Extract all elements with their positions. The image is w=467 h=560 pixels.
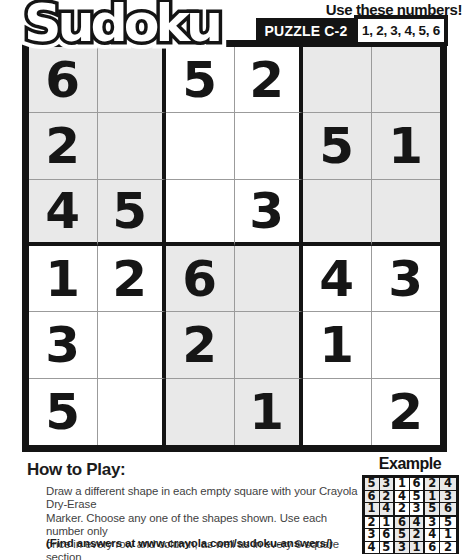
puzzle-cell-r3c6[interactable] bbox=[372, 180, 441, 246]
puzzle-cell-r2c5: 5 bbox=[303, 113, 372, 179]
puzzle-cell-r5c3: 2 bbox=[166, 312, 235, 378]
instructions-line: Draw a different shape in each empty squ… bbox=[46, 485, 366, 512]
puzzle-cell-r1c5[interactable] bbox=[303, 47, 372, 113]
puzzle-cell-r5c5: 1 bbox=[303, 312, 372, 378]
puzzle-cell-r6c1: 5 bbox=[29, 379, 98, 445]
puzzle-cell-r1c2[interactable] bbox=[98, 47, 167, 113]
puzzle-cell-r3c4: 3 bbox=[235, 180, 304, 246]
example-grid: 531624624513142356216435365241453162 bbox=[362, 475, 459, 554]
example-cell-r6c1: 4 bbox=[365, 542, 380, 554]
example-cell-r6c4: 1 bbox=[410, 542, 425, 554]
sudoku-grid: 65225145312643321512 bbox=[22, 40, 447, 452]
puzzle-cell-r5c1: 3 bbox=[29, 312, 98, 378]
example-cell-r6c5: 6 bbox=[425, 542, 440, 554]
puzzle-cell-r2c4[interactable] bbox=[235, 113, 304, 179]
how-to-play-heading: How to Play: bbox=[27, 460, 125, 480]
puzzle-cell-r6c6: 2 bbox=[372, 379, 441, 445]
puzzle-cell-r4c1: 1 bbox=[29, 246, 98, 312]
puzzle-cell-r5c6[interactable] bbox=[372, 312, 441, 378]
puzzle-cell-r1c6[interactable] bbox=[372, 47, 441, 113]
puzzle-cell-r2c1: 2 bbox=[29, 113, 98, 179]
worksheet-page: Sudoku Use these numbers! PUZZLE C-2 1, … bbox=[0, 0, 467, 560]
puzzle-cell-r5c4[interactable] bbox=[235, 312, 304, 378]
puzzle-cell-r6c2[interactable] bbox=[98, 379, 167, 445]
puzzle-cell-r1c4: 2 bbox=[235, 47, 304, 113]
puzzle-cell-r4c4[interactable] bbox=[235, 246, 304, 312]
instructions-line: Marker. Choose any one of the shapes sho… bbox=[46, 512, 366, 539]
puzzle-cell-r2c2[interactable] bbox=[98, 113, 167, 179]
puzzle-cell-r3c1: 4 bbox=[29, 180, 98, 246]
puzzle-id-badge: PUZZLE C-2 bbox=[256, 18, 356, 44]
page-title: Sudoku bbox=[24, 0, 219, 53]
puzzle-cell-r4c2: 2 bbox=[98, 246, 167, 312]
example-cell-r6c2: 5 bbox=[380, 542, 395, 554]
find-answers-note: (Find answers at www.crayola.com/sudoku-… bbox=[46, 537, 333, 549]
puzzle-cell-r3c2: 5 bbox=[98, 180, 167, 246]
example-heading: Example bbox=[357, 455, 463, 473]
puzzle-cell-r1c3: 5 bbox=[166, 47, 235, 113]
example-cell-r6c3: 3 bbox=[395, 542, 410, 554]
puzzle-cell-r4c3: 6 bbox=[166, 246, 235, 312]
example-cell-r6c6: 2 bbox=[440, 542, 455, 554]
puzzle-cell-r5c2[interactable] bbox=[98, 312, 167, 378]
puzzle-cell-r4c6: 3 bbox=[372, 246, 441, 312]
puzzle-cell-r6c5[interactable] bbox=[303, 379, 372, 445]
puzzle-cell-r6c3[interactable] bbox=[166, 379, 235, 445]
puzzle-cell-r2c3[interactable] bbox=[166, 113, 235, 179]
puzzle-cell-r1c1: 6 bbox=[29, 47, 98, 113]
example-section: Example 53162462451314235621643536524145… bbox=[357, 455, 463, 554]
puzzle-cell-r4c5: 4 bbox=[303, 246, 372, 312]
puzzle-cell-r3c3[interactable] bbox=[166, 180, 235, 246]
puzzle-cell-r3c5[interactable] bbox=[303, 180, 372, 246]
puzzle-cell-r6c4: 1 bbox=[235, 379, 304, 445]
puzzle-cell-r2c6: 1 bbox=[372, 113, 441, 179]
allowed-numbers-box: 1, 2, 3, 4, 5, 6 bbox=[354, 15, 448, 46]
